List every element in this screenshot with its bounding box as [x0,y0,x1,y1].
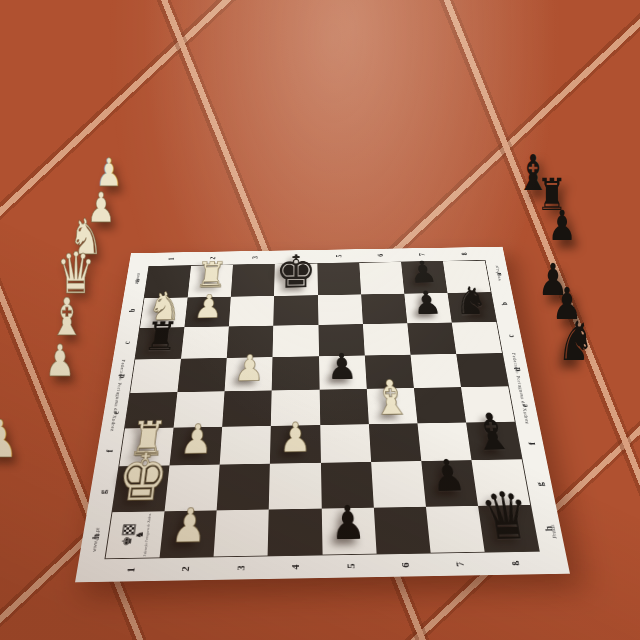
square-e5[interactable] [319,389,368,425]
square-g6[interactable] [371,461,426,508]
square-c1[interactable]: ♜ [135,327,184,359]
black-pawn-a7[interactable]: ♟ [408,257,439,288]
square-e3[interactable] [222,390,272,426]
square-c4[interactable] [273,325,319,357]
square-b7[interactable]: ♟ [404,293,452,323]
square-h8[interactable]: ♛ [478,505,539,552]
captured-black-knight-right-6: ♞ [557,315,595,370]
captured-black-pawn-right-3: ♟ [548,205,577,247]
square-d7[interactable] [410,354,461,388]
black-pawn-b7[interactable]: ♟ [411,286,443,319]
square-b4[interactable] [274,295,319,325]
rank-label-6-top: 6 [369,241,391,269]
rank-label-5-top: 5 [328,242,349,270]
fpx-logo-checkerboard-icon [122,524,136,535]
white-pawn-f2[interactable]: ♟ [179,418,215,459]
square-a4[interactable]: ♚ [274,264,317,296]
square-b2[interactable]: ♟ [185,297,231,327]
square-c2[interactable] [181,326,229,358]
rank-label-6-bottom: 6 [390,541,420,589]
square-b5[interactable] [318,294,363,324]
square-h5[interactable]: ♟ [321,508,376,555]
captured-white-pawn-left-7: ♟ [0,413,18,465]
rank-label-3-bottom: 3 [226,544,254,593]
black-king-a4[interactable]: ♚ [275,249,317,295]
square-d3[interactable]: ♟ [225,357,273,391]
square-b6[interactable] [361,294,407,324]
square-c6[interactable] [363,323,411,355]
square-g1[interactable]: ♚ [112,465,169,512]
square-d2[interactable] [178,358,227,392]
fpx-logo: ♚♞Federação Portuguesa de Xadrez [119,513,152,556]
board-grid: ♜♚♟♞♟♟♞♜♟♟♝♜♟♟♝♚♟♚♞Federação Portuguesa … [104,260,539,559]
square-f6[interactable] [369,423,422,462]
square-e7[interactable] [414,387,466,423]
file-label-c-right: c [486,328,534,344]
white-pawn-h2[interactable]: ♟ [170,502,208,550]
square-g3[interactable] [217,464,270,511]
square-h2[interactable]: ♟ [160,510,217,557]
square-d4[interactable] [272,356,319,390]
rank-label-1-top: 1 [159,245,182,273]
white-pawn-b2[interactable]: ♟ [193,290,224,323]
white-pawn-f4[interactable]: ♟ [279,416,312,457]
fpx-logo-knight-icon: ♞ [135,531,146,539]
rank-label-8-top: 8 [451,240,475,268]
fpx-logo-king-icon: ♚ [120,536,134,546]
square-f4[interactable]: ♟ [270,425,320,464]
chessboard-sheet: 12345678 12345678 abcdefgh abcdefgh Bran… [75,247,570,583]
square-f8[interactable]: ♝ [466,422,522,461]
square-g7[interactable]: ♟ [421,460,478,507]
square-c7[interactable] [407,323,456,355]
captured-white-pawn-left-6: ♟ [45,339,75,383]
black-pawn-d5[interactable]: ♟ [326,348,357,385]
square-f2[interactable]: ♟ [170,427,223,466]
square-e6[interactable]: ♝ [366,388,417,424]
square-b3[interactable] [229,296,274,326]
black-pawn-h5[interactable]: ♟ [330,499,366,547]
black-rook-c1[interactable]: ♜ [142,317,181,357]
black-knight-b8[interactable]: ♞ [450,281,490,320]
square-f5[interactable] [320,424,371,463]
square-d5[interactable]: ♟ [319,355,367,389]
black-pawn-g7[interactable]: ♟ [429,453,467,497]
square-f3[interactable] [220,426,271,465]
square-g4[interactable] [269,463,321,510]
rank-label-3-top: 3 [244,244,265,272]
white-bishop-e6[interactable]: ♝ [370,373,413,421]
white-king-g1[interactable]: ♚ [113,444,171,510]
rank-label-4-bottom: 4 [282,543,308,592]
white-pawn-d3[interactable]: ♟ [233,349,265,386]
